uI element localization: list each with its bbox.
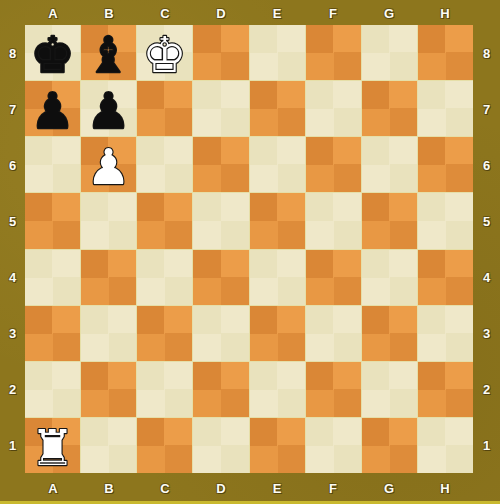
file-label-b: B	[81, 477, 137, 499]
square-b6[interactable]: ♟	[81, 137, 136, 192]
square-d7[interactable]	[193, 81, 248, 136]
square-c7[interactable]	[137, 81, 192, 136]
square-f6[interactable]	[306, 137, 361, 192]
black-pawn[interactable]: ♟	[81, 81, 136, 136]
rank-labels-right: 87654321	[473, 25, 500, 473]
file-label-h: H	[417, 2, 473, 24]
square-d2[interactable]	[193, 362, 248, 417]
square-d4[interactable]	[193, 250, 248, 305]
black-pawn[interactable]: ♟	[25, 81, 80, 136]
square-e8[interactable]	[250, 25, 305, 80]
file-label-g: G	[361, 477, 417, 499]
svg-text:♟: ♟	[31, 82, 75, 137]
rank-label-8: 8	[473, 25, 500, 81]
square-b1[interactable]	[81, 418, 136, 473]
square-f3[interactable]	[306, 306, 361, 361]
square-a8[interactable]: ♚	[25, 25, 80, 80]
square-f1[interactable]	[306, 418, 361, 473]
square-g6[interactable]	[362, 137, 417, 192]
rank-label-2: 2	[0, 361, 25, 417]
file-label-f: F	[305, 477, 361, 499]
square-g1[interactable]	[362, 418, 417, 473]
file-label-d: D	[193, 2, 249, 24]
square-h6[interactable]	[418, 137, 473, 192]
black-king[interactable]: ♚	[25, 25, 80, 80]
rank-label-7: 7	[0, 81, 25, 137]
square-c6[interactable]	[137, 137, 192, 192]
file-label-h: H	[417, 477, 473, 499]
square-e3[interactable]	[250, 306, 305, 361]
rank-label-7: 7	[473, 81, 500, 137]
square-h3[interactable]	[418, 306, 473, 361]
white-rook[interactable]: ♜	[25, 418, 80, 473]
square-h8[interactable]	[418, 25, 473, 80]
square-b4[interactable]	[81, 250, 136, 305]
rank-label-3: 3	[0, 305, 25, 361]
square-e2[interactable]	[250, 362, 305, 417]
square-g5[interactable]	[362, 193, 417, 248]
square-f2[interactable]	[306, 362, 361, 417]
square-h2[interactable]	[418, 362, 473, 417]
square-h4[interactable]	[418, 250, 473, 305]
svg-text:♝: ♝	[87, 26, 131, 81]
white-king[interactable]: ♚	[137, 25, 192, 80]
rank-label-5: 5	[0, 193, 25, 249]
square-b3[interactable]	[81, 306, 136, 361]
file-label-a: A	[25, 477, 81, 499]
rank-label-3: 3	[473, 305, 500, 361]
square-a7[interactable]: ♟	[25, 81, 80, 136]
file-label-d: D	[193, 477, 249, 499]
square-g8[interactable]	[362, 25, 417, 80]
square-h7[interactable]	[418, 81, 473, 136]
square-b7[interactable]: ♟	[81, 81, 136, 136]
square-d3[interactable]	[193, 306, 248, 361]
svg-text:♜: ♜	[31, 418, 75, 473]
square-d5[interactable]	[193, 193, 248, 248]
square-a1[interactable]: ♜	[25, 418, 80, 473]
rank-label-4: 4	[473, 249, 500, 305]
chess-board: ♚♝♚♟♟♟♜	[25, 25, 473, 473]
svg-text:♟: ♟	[87, 82, 131, 137]
file-label-c: C	[137, 2, 193, 24]
square-c1[interactable]	[137, 418, 192, 473]
white-pawn[interactable]: ♟	[81, 137, 136, 192]
square-h1[interactable]	[418, 418, 473, 473]
square-f7[interactable]	[306, 81, 361, 136]
file-label-a: A	[25, 2, 81, 24]
square-h5[interactable]	[418, 193, 473, 248]
square-c5[interactable]	[137, 193, 192, 248]
square-b5[interactable]	[81, 193, 136, 248]
square-a5[interactable]	[25, 193, 80, 248]
square-g3[interactable]	[362, 306, 417, 361]
rank-label-4: 4	[0, 249, 25, 305]
square-d8[interactable]	[193, 25, 248, 80]
rank-label-6: 6	[473, 137, 500, 193]
square-a3[interactable]	[25, 306, 80, 361]
square-e6[interactable]	[250, 137, 305, 192]
square-c4[interactable]	[137, 250, 192, 305]
square-c2[interactable]	[137, 362, 192, 417]
rank-labels-left: 87654321	[0, 25, 25, 473]
svg-text:♚: ♚	[31, 26, 75, 81]
file-label-c: C	[137, 477, 193, 499]
square-g7[interactable]	[362, 81, 417, 136]
rank-label-8: 8	[0, 25, 25, 81]
square-d6[interactable]	[193, 137, 248, 192]
file-label-g: G	[361, 2, 417, 24]
rank-label-6: 6	[0, 137, 25, 193]
square-d1[interactable]	[193, 418, 248, 473]
file-labels-bottom: ABCDEFGH	[25, 477, 473, 499]
rank-label-2: 2	[473, 361, 500, 417]
file-label-e: E	[249, 477, 305, 499]
svg-text:♟: ♟	[87, 138, 131, 193]
svg-text:♚: ♚	[143, 26, 187, 81]
square-e1[interactable]	[250, 418, 305, 473]
square-g4[interactable]	[362, 250, 417, 305]
square-e7[interactable]	[250, 81, 305, 136]
chess-board-frame: ABCDEFGH 87654321 ♚♝♚♟♟♟♜ 87654321 ABCDE…	[0, 0, 500, 504]
black-bishop[interactable]: ♝	[81, 25, 136, 80]
square-b8[interactable]: ♝	[81, 25, 136, 80]
square-c8[interactable]: ♚	[137, 25, 192, 80]
rank-label-1: 1	[0, 417, 25, 473]
square-f5[interactable]	[306, 193, 361, 248]
square-a2[interactable]	[25, 362, 80, 417]
square-f4[interactable]	[306, 250, 361, 305]
square-g2[interactable]	[362, 362, 417, 417]
square-a4[interactable]	[25, 250, 80, 305]
square-c3[interactable]	[137, 306, 192, 361]
square-b2[interactable]	[81, 362, 136, 417]
square-a6[interactable]	[25, 137, 80, 192]
square-e4[interactable]	[250, 250, 305, 305]
rank-label-5: 5	[473, 193, 500, 249]
file-label-f: F	[305, 2, 361, 24]
square-f8[interactable]	[306, 25, 361, 80]
file-label-b: B	[81, 2, 137, 24]
file-labels-top: ABCDEFGH	[25, 2, 473, 24]
rank-label-1: 1	[473, 417, 500, 473]
square-e5[interactable]	[250, 193, 305, 248]
file-label-e: E	[249, 2, 305, 24]
